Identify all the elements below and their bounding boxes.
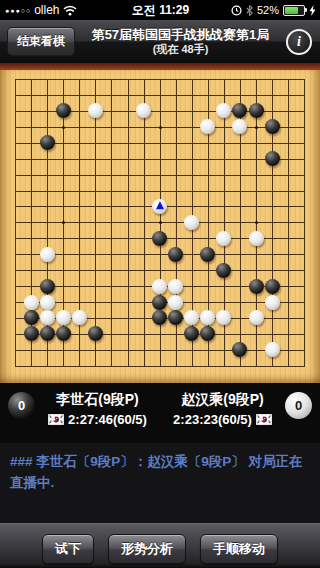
charging-bolt-icon — [309, 5, 316, 16]
grid-line-h — [15, 254, 305, 255]
stone-white — [200, 310, 215, 325]
stone-white — [184, 310, 199, 325]
grid-line-h — [15, 350, 305, 351]
last-move-triangle-marker — [156, 202, 164, 210]
broadcast-message-log[interactable]: ### 李世石〔9段P〕：赵汉乘〔9段P〕 对局正在直播中. — [0, 443, 320, 523]
grid-line-h — [15, 366, 305, 367]
stone-white — [216, 231, 231, 246]
info-button[interactable]: i — [286, 29, 312, 55]
move-navigation-button[interactable]: 手顺移动 — [200, 534, 278, 564]
stone-black — [249, 103, 264, 118]
stone-black — [265, 119, 280, 134]
stone-black — [152, 231, 167, 246]
stone-black — [24, 326, 39, 341]
stone-black — [56, 103, 71, 118]
stone-white — [88, 103, 103, 118]
broadcast-message-text: ### 李世石〔9段P〕：赵汉乘〔9段P〕 对局正在直播中. — [10, 454, 303, 490]
stone-black — [200, 326, 215, 341]
stone-white — [168, 295, 183, 310]
stone-white — [56, 310, 71, 325]
stone-white — [152, 279, 167, 294]
stone-white — [152, 199, 167, 214]
south-korea-flag-icon — [256, 414, 272, 425]
try-move-button[interactable]: 试下 — [42, 534, 94, 564]
star-point — [159, 126, 162, 129]
signal-strength-icon: ●●●○○ — [5, 7, 31, 14]
stone-black — [184, 326, 199, 341]
stone-white — [40, 295, 55, 310]
stone-black — [88, 326, 103, 341]
stone-white — [232, 119, 247, 134]
match-title-block: 第57届韩国国手战挑战赛第1局 (现在 48手) — [75, 27, 286, 56]
stone-black — [216, 263, 231, 278]
position-analysis-button[interactable]: 形势分析 — [108, 534, 186, 564]
battery-percent-label: 52% — [257, 4, 279, 16]
star-point — [255, 221, 258, 224]
carrier-label: olleh — [34, 3, 59, 17]
stone-white — [136, 103, 151, 118]
end-watching-button[interactable]: 结束看棋 — [7, 27, 75, 56]
stone-black — [40, 135, 55, 150]
black-player-panel: 李世石(9段P) 2:27:46(60/5) — [35, 383, 160, 427]
stone-white — [72, 310, 87, 325]
stone-white — [40, 310, 55, 325]
clock-label: 오전 11:29 — [132, 2, 189, 19]
black-captures-counter: 0 — [8, 392, 35, 419]
stone-black — [200, 247, 215, 262]
stone-black — [56, 326, 71, 341]
stone-white — [40, 247, 55, 262]
stone-black — [24, 310, 39, 325]
stone-white — [249, 310, 264, 325]
grid-line-h — [15, 270, 305, 271]
stone-black — [152, 310, 167, 325]
stone-black — [168, 310, 183, 325]
stone-black — [152, 295, 167, 310]
wifi-icon — [63, 5, 77, 16]
stone-white — [249, 231, 264, 246]
stone-black — [265, 279, 280, 294]
stone-black — [40, 326, 55, 341]
black-player-timer: 2:27:46(60/5) — [68, 412, 147, 427]
move-number-label: (现在 48手) — [77, 43, 284, 56]
star-point — [62, 126, 65, 129]
board-top-edge — [0, 63, 320, 70]
stone-white — [216, 103, 231, 118]
grid-line-v — [288, 79, 289, 367]
white-captures-counter: 0 — [285, 392, 312, 419]
stone-black — [232, 103, 247, 118]
nav-bar: 结束看棋 第57届韩国国手战挑战赛第1局 (现在 48手) i — [0, 20, 320, 64]
stone-black — [40, 279, 55, 294]
white-player-name: 赵汉乘(9段P) — [181, 391, 263, 409]
bluetooth-icon — [246, 5, 253, 16]
stone-black — [265, 151, 280, 166]
south-korea-flag-icon — [48, 414, 64, 425]
stone-white — [24, 295, 39, 310]
stone-white — [168, 279, 183, 294]
player-info-bar: 0 李世石(9段P) 2:27:46(60/5) 赵汉乘(9段P) 2:23:2… — [0, 383, 320, 444]
stone-white — [200, 119, 215, 134]
go-board[interactable] — [0, 70, 320, 383]
white-player-panel: 赵汉乘(9段P) 2:23:23(60/5) — [160, 383, 285, 427]
stone-white — [216, 310, 231, 325]
grid-line-v — [304, 79, 305, 367]
black-player-name: 李世石(9段P) — [56, 391, 138, 409]
battery-icon — [283, 5, 305, 16]
bottom-toolbar: 试下 形势分析 手顺移动 — [0, 523, 320, 568]
status-bar: ●●●○○ olleh 오전 11:29 52% — [0, 0, 320, 20]
stone-black — [232, 342, 247, 357]
star-point — [255, 126, 258, 129]
stone-white — [265, 295, 280, 310]
alarm-icon — [231, 5, 242, 16]
stone-white — [265, 342, 280, 357]
stone-black — [249, 279, 264, 294]
stone-white — [184, 215, 199, 230]
star-point — [62, 221, 65, 224]
white-player-timer: 2:23:23(60/5) — [173, 412, 252, 427]
stone-black — [168, 247, 183, 262]
match-title: 第57届韩国国手战挑战赛第1局 — [77, 27, 284, 43]
